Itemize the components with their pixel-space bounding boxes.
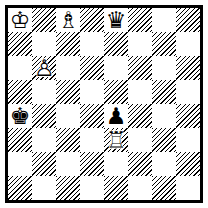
black-king-icon: ♚ (8, 104, 32, 128)
square-h2[interactable] (176, 152, 200, 176)
square-g6[interactable] (152, 56, 176, 80)
square-g1[interactable] (152, 176, 176, 200)
square-e5[interactable] (104, 80, 128, 104)
square-h3[interactable] (176, 128, 200, 152)
square-f4[interactable] (128, 104, 152, 128)
square-e8[interactable]: ♛♛ (104, 8, 128, 32)
chess-board: ♚♔♝♗♛♛♟♙♚♚♟♟♜♖ (8, 8, 200, 200)
square-e3[interactable]: ♜♖ (104, 128, 128, 152)
piece-black-pawn[interactable]: ♟♟ (104, 104, 128, 128)
piece-black-king[interactable]: ♚♚ (8, 104, 32, 128)
square-c7[interactable] (56, 32, 80, 56)
piece-black-queen[interactable]: ♛♛ (104, 8, 128, 32)
square-d8[interactable] (80, 8, 104, 32)
square-g2[interactable] (152, 152, 176, 176)
square-d5[interactable] (80, 80, 104, 104)
square-h1[interactable] (176, 176, 200, 200)
square-d3[interactable] (80, 128, 104, 152)
square-a4[interactable]: ♚♚ (8, 104, 32, 128)
square-f7[interactable] (128, 32, 152, 56)
square-g7[interactable] (152, 32, 176, 56)
piece-white-king[interactable]: ♚♔ (8, 8, 32, 32)
square-d2[interactable] (80, 152, 104, 176)
white-king-icon: ♔ (8, 8, 32, 32)
square-c1[interactable] (56, 176, 80, 200)
square-c8[interactable]: ♝♗ (56, 8, 80, 32)
square-f1[interactable] (128, 176, 152, 200)
square-g5[interactable] (152, 80, 176, 104)
square-b1[interactable] (32, 176, 56, 200)
square-b6[interactable]: ♟♙ (32, 56, 56, 80)
square-a6[interactable] (8, 56, 32, 80)
square-d4[interactable] (80, 104, 104, 128)
square-a8[interactable]: ♚♔ (8, 8, 32, 32)
square-e4[interactable]: ♟♟ (104, 104, 128, 128)
square-h4[interactable] (176, 104, 200, 128)
black-queen-icon: ♛ (104, 8, 128, 32)
square-h6[interactable] (176, 56, 200, 80)
square-d6[interactable] (80, 56, 104, 80)
square-c3[interactable] (56, 128, 80, 152)
square-e1[interactable] (104, 176, 128, 200)
square-e7[interactable] (104, 32, 128, 56)
square-h7[interactable] (176, 32, 200, 56)
square-h5[interactable] (176, 80, 200, 104)
white-rook-icon: ♖ (104, 128, 128, 152)
square-f6[interactable] (128, 56, 152, 80)
square-d7[interactable] (80, 32, 104, 56)
square-g4[interactable] (152, 104, 176, 128)
piece-white-bishop[interactable]: ♝♗ (56, 8, 80, 32)
square-b7[interactable] (32, 32, 56, 56)
square-b4[interactable] (32, 104, 56, 128)
square-b2[interactable] (32, 152, 56, 176)
square-f2[interactable] (128, 152, 152, 176)
square-c4[interactable] (56, 104, 80, 128)
square-c5[interactable] (56, 80, 80, 104)
white-pawn-icon: ♙ (32, 56, 56, 80)
square-a5[interactable] (8, 80, 32, 104)
piece-white-pawn[interactable]: ♟♙ (32, 56, 56, 80)
square-a1[interactable] (8, 176, 32, 200)
square-h8[interactable] (176, 8, 200, 32)
square-f3[interactable] (128, 128, 152, 152)
square-f8[interactable] (128, 8, 152, 32)
square-b5[interactable] (32, 80, 56, 104)
square-a7[interactable] (8, 32, 32, 56)
white-bishop-icon: ♗ (56, 8, 80, 32)
square-b8[interactable] (32, 8, 56, 32)
square-a3[interactable] (8, 128, 32, 152)
board-frame: ♚♔♝♗♛♛♟♙♚♚♟♟♜♖ (5, 5, 203, 203)
square-f5[interactable] (128, 80, 152, 104)
square-g8[interactable] (152, 8, 176, 32)
square-b3[interactable] (32, 128, 56, 152)
square-g3[interactable] (152, 128, 176, 152)
square-e2[interactable] (104, 152, 128, 176)
black-pawn-icon: ♟ (104, 104, 128, 128)
square-c2[interactable] (56, 152, 80, 176)
piece-white-rook[interactable]: ♜♖ (104, 128, 128, 152)
square-e6[interactable] (104, 56, 128, 80)
square-d1[interactable] (80, 176, 104, 200)
square-c6[interactable] (56, 56, 80, 80)
square-a2[interactable] (8, 152, 32, 176)
